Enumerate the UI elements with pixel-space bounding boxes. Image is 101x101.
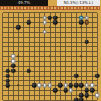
black-stone [74, 74, 79, 78]
board-grid-line-horizontal [3, 76, 98, 77]
star-point [17, 56, 19, 58]
white-stone [42, 15, 47, 19]
board-grid-line-horizontal [3, 80, 98, 81]
black-stone [53, 15, 58, 19]
white-stone [11, 59, 16, 63]
white-stone [11, 54, 16, 58]
black-stone [74, 98, 79, 100]
black-stone [5, 78, 10, 82]
app-window: 49.7% 50.3%(-13%↓) [0, 0, 100, 100]
black-stone [74, 83, 79, 87]
white-winrate-text: 50.3%(-13%↓) [63, 0, 93, 5]
black-stone [48, 15, 53, 19]
white-stone [90, 83, 95, 87]
star-point [81, 26, 83, 28]
white-winrate-segment: 50.3%(-13%↓) [57, 0, 101, 6]
board-grid-line-vertical [97, 13, 98, 100]
white-stone [69, 88, 74, 92]
white-stone [95, 93, 100, 97]
black-stone [5, 69, 10, 73]
black-stone [27, 69, 32, 73]
white-stone [48, 83, 53, 87]
black-stone [63, 88, 68, 92]
black-stone [27, 20, 32, 24]
black-stone [53, 20, 58, 24]
white-stone [37, 83, 42, 87]
black-winrate-text: 49.7% [18, 0, 31, 5]
board-grid-line-horizontal [3, 90, 98, 91]
board-grid-line-horizontal [3, 71, 98, 72]
white-stone [42, 20, 47, 24]
black-stone [16, 25, 21, 29]
black-stone [84, 88, 89, 92]
black-stone [32, 83, 37, 87]
black-stone [69, 83, 74, 87]
black-stone [79, 98, 84, 100]
black-stone [79, 83, 84, 87]
black-stone [95, 74, 100, 78]
white-stone [84, 15, 89, 19]
blue-hint-stone [79, 15, 84, 19]
black-stone [11, 64, 16, 68]
black-stone [79, 93, 84, 97]
white-stone [84, 83, 89, 87]
white-stone [42, 83, 47, 87]
star-point [49, 26, 51, 28]
black-stone [11, 69, 16, 73]
black-stone [84, 93, 89, 97]
board-grid-line-vertical [55, 13, 56, 100]
go-board[interactable] [0, 11, 100, 101]
black-stone [53, 88, 58, 92]
black-stone [58, 83, 63, 87]
white-stone [63, 83, 68, 87]
black-stone [79, 20, 84, 24]
star-point [49, 56, 51, 58]
black-winrate-segment: 49.7% [0, 0, 48, 6]
black-stone [5, 83, 10, 87]
black-stone [5, 74, 10, 78]
black-stone [90, 88, 95, 92]
black-stone [84, 40, 89, 44]
winrate-bar: 49.7% 50.3%(-13%↓) [0, 0, 100, 6]
white-stone [42, 30, 47, 34]
board-grid-line-horizontal [3, 61, 98, 62]
star-point [81, 56, 83, 58]
star-point [17, 85, 19, 87]
brown-marked-stone [84, 20, 89, 24]
board-grid-line-horizontal [3, 66, 98, 67]
